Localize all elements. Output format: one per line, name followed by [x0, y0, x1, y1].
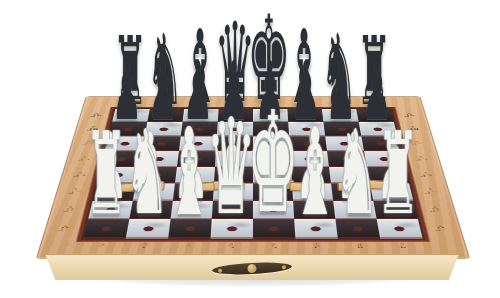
- square-b2: [129, 201, 173, 219]
- braille-dots: ⠼⠋: [405, 143, 431, 147]
- square-e2: [253, 201, 294, 219]
- braille-label-file-a: a⠁: [122, 100, 146, 105]
- braille-label-file-a: a⠁: [87, 243, 118, 251]
- square-d6: [216, 136, 253, 151]
- square-e3: [253, 183, 293, 200]
- square-g4: [329, 167, 370, 183]
- braille-label-rank-8: 8⠼⠓: [84, 113, 109, 118]
- braille-dots: ⠼⠉: [417, 191, 445, 195]
- braille-dots: ⠼⠛: [401, 128, 426, 131]
- square-a7: [109, 122, 148, 136]
- braille-label-rank-2: 2⠼⠃: [55, 206, 85, 213]
- braille-label-rank-4: 4⠼⠙: [66, 172, 94, 178]
- braille-label-rank-5: 5⠼⠑: [408, 156, 435, 162]
- square-d4: [214, 167, 253, 183]
- latch-screw-icon: [282, 265, 286, 269]
- square-a5: [101, 151, 142, 167]
- braille-dots: ⠃: [156, 102, 180, 105]
- square-e6: [253, 136, 290, 151]
- braille-dots: ⠼⠙: [66, 174, 93, 178]
- braille-dots: ⠼⠋: [75, 143, 101, 147]
- braille-label-file-f: f⠋: [302, 243, 332, 251]
- square-f2: [293, 201, 335, 219]
- square-d8: [218, 109, 253, 122]
- braille-dots: ⠼⠑: [71, 158, 98, 162]
- latch-screw-icon: [218, 268, 222, 272]
- braille-label-file-g: g⠛: [345, 243, 376, 251]
- braille-label-file-c: c⠉: [190, 100, 214, 105]
- square-b3: [133, 183, 175, 200]
- braille-label-rank-6: 6⠼⠋: [404, 141, 431, 146]
- braille-label-file-h: h⠓: [388, 243, 419, 251]
- braille-label-rank-6: 6⠼⠋: [75, 141, 102, 146]
- braille-dots: ⠋: [292, 102, 316, 105]
- braille-label-rank-4: 4⠼⠙: [412, 172, 440, 178]
- latch-plate-icon: [212, 261, 292, 276]
- braille-dots: ⠼⠁: [426, 227, 456, 232]
- braille-dots: ⠼⠁: [50, 227, 80, 232]
- square-c8: [183, 109, 219, 122]
- braille-label-file-d: d⠙: [217, 243, 247, 251]
- braille-dots: ⠙: [224, 102, 247, 105]
- square-b8: [147, 109, 184, 122]
- braille-label-file-d: d⠙: [224, 100, 247, 105]
- braille-label-rank-7: 7⠼⠛: [80, 126, 106, 131]
- braille-label-rank-1: 1⠼⠁: [50, 225, 81, 232]
- square-b5: [139, 151, 179, 167]
- braille-dots: ⠼⠛: [80, 128, 105, 131]
- square-c6: [179, 136, 217, 151]
- square-h4: [367, 167, 409, 183]
- braille-dots: ⠑: [260, 246, 290, 251]
- square-h1: [377, 219, 423, 238]
- square-d5: [215, 151, 253, 167]
- square-h5: [364, 151, 405, 167]
- braille-label-rank-8: 8⠼⠓: [397, 113, 422, 118]
- square-g5: [327, 151, 367, 167]
- braille-label-file-b: b⠃: [156, 100, 180, 105]
- braille-dots: ⠼⠉: [61, 191, 89, 195]
- latch-knob-icon: [247, 263, 256, 272]
- braille-label-rank-1: 1⠼⠁: [426, 225, 457, 232]
- braille-label-file-e: e⠑: [258, 100, 281, 105]
- square-f1: [294, 219, 338, 238]
- square-d7: [217, 122, 253, 136]
- braille-dots: ⠉: [190, 102, 214, 105]
- square-e5: [253, 151, 291, 167]
- square-c1: [168, 219, 212, 238]
- square-c5: [177, 151, 216, 167]
- braille-label-file-c: c⠉: [173, 243, 203, 251]
- square-h3: [370, 183, 413, 200]
- chess-set-product-photo: 8⠼⠓8⠼⠓a⠁a⠁7⠼⠛7⠼⠛b⠃b⠃6⠼⠋6⠼⠋c⠉c⠉5⠼⠑5⠼⠑d⠙d⠙…: [0, 0, 500, 298]
- square-g2: [333, 201, 377, 219]
- square-d1: [211, 219, 253, 238]
- braille-dots: ⠼⠓: [397, 114, 422, 117]
- square-h2: [373, 201, 418, 219]
- square-a1: [83, 219, 129, 238]
- braille-dots: ⠁: [87, 246, 117, 251]
- braille-label-file-h: h⠓: [360, 100, 384, 105]
- braille-dots: ⠛: [345, 246, 375, 251]
- square-e8: [253, 109, 288, 122]
- chess-board: 8⠼⠓8⠼⠓a⠁a⠁7⠼⠛7⠼⠛b⠃b⠃6⠼⠋6⠼⠋c⠉c⠉5⠼⠑5⠼⠑d⠙d⠙…: [36, 96, 470, 258]
- braille-label-file-f: f⠋: [292, 100, 316, 105]
- board-grid: [83, 109, 422, 239]
- square-h7: [359, 122, 398, 136]
- braille-dots: ⠑: [258, 102, 281, 105]
- braille-dots: ⠃: [130, 246, 160, 251]
- braille-dots: ⠓: [388, 246, 418, 251]
- square-f8: [287, 109, 323, 122]
- braille-dots: ⠼⠙: [413, 174, 440, 178]
- square-f4: [291, 167, 331, 183]
- square-e4: [253, 167, 292, 183]
- square-c4: [175, 167, 215, 183]
- braille-label-file-g: g⠛: [326, 100, 350, 105]
- square-a4: [97, 167, 139, 183]
- square-b7: [145, 122, 183, 136]
- braille-dots: ⠼⠃: [55, 209, 84, 213]
- braille-dots: ⠼⠓: [84, 114, 109, 117]
- square-h8: [356, 109, 394, 122]
- braille-dots: ⠼⠃: [422, 209, 451, 213]
- square-a8: [112, 109, 150, 122]
- square-e7: [253, 122, 289, 136]
- square-g8: [322, 109, 359, 122]
- square-b6: [142, 136, 181, 151]
- braille-dots: ⠋: [303, 246, 333, 251]
- square-d3: [213, 183, 253, 200]
- square-d2: [212, 201, 253, 219]
- braille-label-file-b: b⠃: [130, 243, 161, 251]
- braille-label-file-e: e⠑: [260, 243, 290, 251]
- square-f3: [292, 183, 333, 200]
- braille-dots: ⠓: [360, 102, 384, 105]
- braille-dots: ⠼⠑: [409, 158, 436, 162]
- square-g7: [323, 122, 361, 136]
- square-g1: [335, 219, 380, 238]
- braille-label-rank-3: 3⠼⠉: [417, 188, 446, 194]
- square-a3: [93, 183, 136, 200]
- square-f6: [289, 136, 327, 151]
- square-h6: [361, 136, 401, 151]
- braille-dots: ⠛: [326, 102, 350, 105]
- square-f5: [290, 151, 329, 167]
- braille-dots: ⠉: [173, 246, 203, 251]
- square-b1: [126, 219, 171, 238]
- square-g6: [325, 136, 364, 151]
- box-front-panel: [45, 254, 459, 280]
- square-f7: [288, 122, 325, 136]
- square-a2: [88, 201, 133, 219]
- square-c7: [181, 122, 218, 136]
- square-e1: [253, 219, 295, 238]
- braille-dots: ⠙: [217, 246, 247, 251]
- braille-label-rank-2: 2⠼⠃: [421, 206, 451, 213]
- square-c2: [171, 201, 213, 219]
- braille-label-rank-5: 5⠼⠑: [71, 156, 98, 162]
- braille-label-rank-3: 3⠼⠉: [61, 188, 90, 194]
- square-b4: [136, 167, 177, 183]
- square-g3: [331, 183, 373, 200]
- braille-label-rank-7: 7⠼⠛: [401, 126, 427, 131]
- square-c3: [173, 183, 214, 200]
- braille-dots: ⠁: [122, 102, 146, 105]
- square-a6: [105, 136, 145, 151]
